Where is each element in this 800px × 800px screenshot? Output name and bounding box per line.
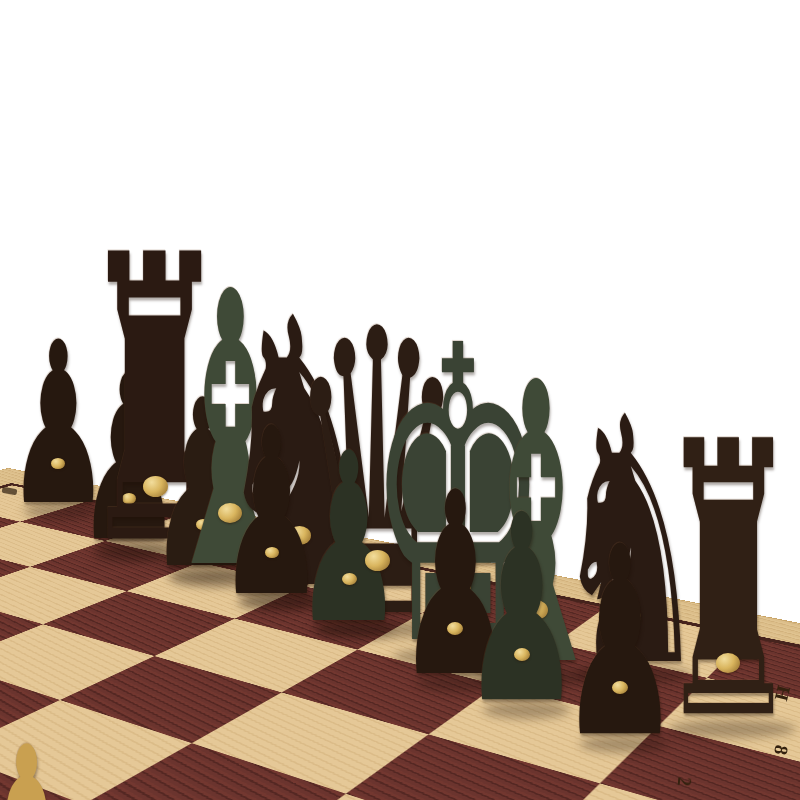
chess-piece-black-pawn: ♟ <box>0 346 159 514</box>
brass-ring-accent <box>716 653 740 673</box>
chess-piece-black-knight: ♞ <box>477 423 783 678</box>
chess-piece-black-king: ♚ <box>275 354 642 660</box>
piece-shadow <box>483 701 570 719</box>
piece-shadow <box>24 502 100 520</box>
brass-ring-accent <box>265 547 279 558</box>
brass-ring-accent <box>51 458 65 469</box>
brass-ring-accent <box>122 493 136 504</box>
brass-ring-accent <box>288 526 311 545</box>
piece-shadow <box>668 720 796 738</box>
brass-ring-accent <box>342 573 357 585</box>
piece-shadow <box>416 674 502 692</box>
chess-product-photo: H 8 2 ♟♜♟♝♟♞♟♛♟♚♟♝♟♞♟♜♟ <box>0 0 800 800</box>
chess-piece-white-pawn-partial: ♟ <box>0 750 134 800</box>
brass-ring-accent <box>620 608 641 625</box>
brass-ring-accent <box>514 648 530 661</box>
piece-shadow <box>93 546 226 564</box>
chess-piece-black-rook: ♜ <box>558 448 800 732</box>
piece-shadow <box>580 735 668 753</box>
brass-ring-accent <box>143 476 168 497</box>
chess-piece-black-bishop: ♝ <box>363 390 710 680</box>
piece-shadow <box>393 648 531 666</box>
brass-ring-accent <box>196 519 210 530</box>
piece-shadow <box>170 570 298 588</box>
brass-ring-accent <box>365 550 390 571</box>
brass-ring-accent <box>612 681 628 694</box>
brass-ring-accent <box>218 503 242 523</box>
brass-ring-accent <box>447 622 463 635</box>
pieces-layer: ♟♜♟♝♟♞♟♛♟♚♟♝♟♞♟♜♟ <box>0 0 800 800</box>
chess-piece-black-queen: ♛ <box>200 336 555 632</box>
brass-ring-accent <box>524 600 548 620</box>
piece-shadow <box>314 620 393 638</box>
brass-ring-accent <box>445 575 471 596</box>
piece-shadow <box>237 593 315 611</box>
